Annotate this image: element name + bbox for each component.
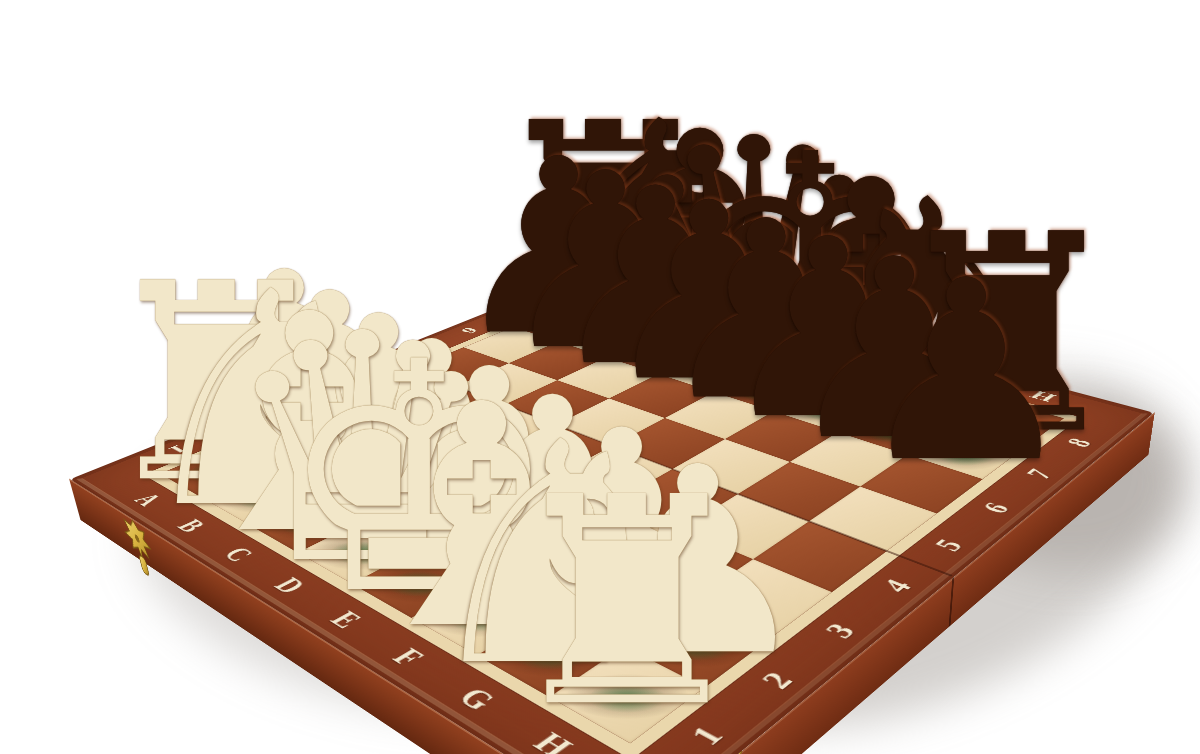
- fold-seam-side: [949, 577, 955, 627]
- piece-black-pawn-h7[interactable]: ♟: [817, 248, 1116, 497]
- piece-white-rook-h1[interactable]: ♜: [455, 460, 799, 746]
